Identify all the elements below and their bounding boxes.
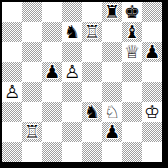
square-e5[interactable] xyxy=(82,62,102,82)
square-b5[interactable] xyxy=(22,62,42,82)
square-h4[interactable] xyxy=(142,82,162,102)
square-a3[interactable] xyxy=(2,102,22,122)
square-b8[interactable] xyxy=(22,2,42,22)
black-pawn[interactable]: ♟ xyxy=(44,62,60,82)
board-frame: ♜♚♞♖♝♕♟♟♙♙♞♘♔♖♟ xyxy=(0,0,168,168)
square-c6[interactable] xyxy=(42,42,62,62)
square-c2[interactable] xyxy=(42,122,62,142)
black-pawn[interactable]: ♟ xyxy=(104,122,120,142)
square-d7[interactable]: ♞ xyxy=(62,22,82,42)
square-b3[interactable] xyxy=(22,102,42,122)
square-b1[interactable] xyxy=(22,142,42,162)
square-h5[interactable] xyxy=(142,62,162,82)
square-e1[interactable] xyxy=(82,142,102,162)
square-c5[interactable]: ♟ xyxy=(42,62,62,82)
square-f3[interactable]: ♘ xyxy=(102,102,122,122)
square-e7[interactable]: ♖ xyxy=(82,22,102,42)
square-h8[interactable] xyxy=(142,2,162,22)
square-f7[interactable] xyxy=(102,22,122,42)
square-f8[interactable]: ♜ xyxy=(102,2,122,22)
black-king[interactable]: ♚ xyxy=(124,2,140,22)
white-pawn[interactable]: ♙ xyxy=(4,82,20,102)
square-g3[interactable] xyxy=(122,102,142,122)
square-b4[interactable] xyxy=(22,82,42,102)
square-h1[interactable] xyxy=(142,142,162,162)
square-e6[interactable] xyxy=(82,42,102,62)
square-d8[interactable] xyxy=(62,2,82,22)
square-b6[interactable] xyxy=(22,42,42,62)
white-knight[interactable]: ♘ xyxy=(104,102,120,122)
white-pawn[interactable]: ♙ xyxy=(64,62,80,82)
square-g1[interactable] xyxy=(122,142,142,162)
square-f2[interactable]: ♟ xyxy=(102,122,122,142)
square-a6[interactable] xyxy=(2,42,22,62)
square-a8[interactable] xyxy=(2,2,22,22)
square-d1[interactable] xyxy=(62,142,82,162)
square-g5[interactable] xyxy=(122,62,142,82)
square-d3[interactable] xyxy=(62,102,82,122)
square-d2[interactable] xyxy=(62,122,82,142)
square-h6[interactable]: ♟ xyxy=(142,42,162,62)
black-bishop[interactable]: ♝ xyxy=(124,22,140,42)
square-c3[interactable] xyxy=(42,102,62,122)
square-c7[interactable] xyxy=(42,22,62,42)
square-e2[interactable] xyxy=(82,122,102,142)
square-a7[interactable] xyxy=(2,22,22,42)
square-g6[interactable]: ♕ xyxy=(122,42,142,62)
square-g8[interactable]: ♚ xyxy=(122,2,142,22)
square-d5[interactable]: ♙ xyxy=(62,62,82,82)
square-f6[interactable] xyxy=(102,42,122,62)
square-e3[interactable]: ♞ xyxy=(82,102,102,122)
square-c8[interactable] xyxy=(42,2,62,22)
square-e8[interactable] xyxy=(82,2,102,22)
square-c4[interactable] xyxy=(42,82,62,102)
chess-board: ♜♚♞♖♝♕♟♟♙♙♞♘♔♖♟ xyxy=(2,2,162,162)
square-h3[interactable]: ♔ xyxy=(142,102,162,122)
white-king[interactable]: ♔ xyxy=(144,102,160,122)
square-a2[interactable] xyxy=(2,122,22,142)
square-b7[interactable] xyxy=(22,22,42,42)
white-rook[interactable]: ♖ xyxy=(24,122,40,142)
black-pawn[interactable]: ♟ xyxy=(144,42,160,62)
black-knight[interactable]: ♞ xyxy=(84,102,100,122)
square-a4[interactable]: ♙ xyxy=(2,82,22,102)
square-h2[interactable] xyxy=(142,122,162,142)
square-c1[interactable] xyxy=(42,142,62,162)
square-g2[interactable] xyxy=(122,122,142,142)
white-queen[interactable]: ♕ xyxy=(124,42,140,62)
black-rook[interactable]: ♜ xyxy=(104,2,120,22)
square-d6[interactable] xyxy=(62,42,82,62)
square-f4[interactable] xyxy=(102,82,122,102)
square-f1[interactable] xyxy=(102,142,122,162)
square-e4[interactable] xyxy=(82,82,102,102)
square-a5[interactable] xyxy=(2,62,22,82)
square-f5[interactable] xyxy=(102,62,122,82)
square-h7[interactable] xyxy=(142,22,162,42)
square-d4[interactable] xyxy=(62,82,82,102)
square-g7[interactable]: ♝ xyxy=(122,22,142,42)
white-rook[interactable]: ♖ xyxy=(84,22,100,42)
square-a1[interactable] xyxy=(2,142,22,162)
black-knight[interactable]: ♞ xyxy=(64,22,80,42)
square-b2[interactable]: ♖ xyxy=(22,122,42,142)
square-g4[interactable] xyxy=(122,82,142,102)
